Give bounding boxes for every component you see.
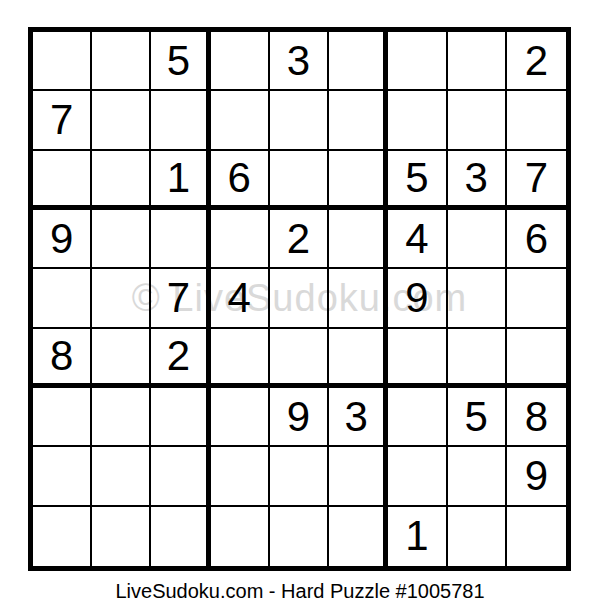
- sudoku-cell-r3c1: [33, 151, 92, 210]
- sudoku-cell-r5c3: 7: [151, 269, 210, 328]
- sudoku-cell-r6c1: 8: [33, 329, 92, 388]
- sudoku-cell-r5c8: [448, 269, 507, 328]
- sudoku-cell-r7c3: [151, 388, 210, 447]
- sudoku-cell-r7c2: [92, 388, 151, 447]
- sudoku-cell-r6c9: [507, 329, 566, 388]
- sudoku-cell-r6c8: [448, 329, 507, 388]
- sudoku-cell-r7c1: [33, 388, 92, 447]
- sudoku-cell-r7c9: 8: [507, 388, 566, 447]
- sudoku-cell-r3c8: 3: [448, 151, 507, 210]
- sudoku-cell-r6c6: [329, 329, 388, 388]
- sudoku-cell-r9c4: [211, 507, 270, 566]
- sudoku-cell-r4c8: [448, 210, 507, 269]
- sudoku-cell-r3c3: 1: [151, 151, 210, 210]
- sudoku-cell-r4c6: [329, 210, 388, 269]
- sudoku-cell-r1c9: 2: [507, 32, 566, 91]
- sudoku-cell-r8c9: 9: [507, 447, 566, 506]
- sudoku-cell-r5c1: [33, 269, 92, 328]
- sudoku-cell-r1c4: [211, 32, 270, 91]
- sudoku-cell-r2c1: 7: [33, 91, 92, 150]
- puzzle-caption: LiveSudoku.com - Hard Puzzle #1005781: [0, 580, 600, 603]
- sudoku-cell-r4c5: 2: [270, 210, 329, 269]
- sudoku-cell-r3c5: [270, 151, 329, 210]
- sudoku-cell-r9c2: [92, 507, 151, 566]
- sudoku-cell-r1c5: 3: [270, 32, 329, 91]
- sudoku-cell-r2c7: [388, 91, 447, 150]
- sudoku-cell-r5c4: 4: [211, 269, 270, 328]
- sudoku-cell-r7c7: [388, 388, 447, 447]
- sudoku-cell-r8c2: [92, 447, 151, 506]
- sudoku-cell-r8c6: [329, 447, 388, 506]
- sudoku-cell-r6c4: [211, 329, 270, 388]
- sudoku-cell-r8c3: [151, 447, 210, 506]
- sudoku-cell-r8c8: [448, 447, 507, 506]
- sudoku-cell-r2c8: [448, 91, 507, 150]
- sudoku-cell-r3c4: 6: [211, 151, 270, 210]
- sudoku-cell-r1c3: 5: [151, 32, 210, 91]
- sudoku-cell-r9c9: [507, 507, 566, 566]
- sudoku-cell-r9c7: 1: [388, 507, 447, 566]
- sudoku-cell-r4c7: 4: [388, 210, 447, 269]
- sudoku-cell-r2c5: [270, 91, 329, 150]
- sudoku-cell-r9c5: [270, 507, 329, 566]
- sudoku-cell-r8c5: [270, 447, 329, 506]
- sudoku-cell-r5c7: 9: [388, 269, 447, 328]
- sudoku-cell-r2c2: [92, 91, 151, 150]
- sudoku-cell-r1c1: [33, 32, 92, 91]
- sudoku-cell-r1c2: [92, 32, 151, 91]
- sudoku-cell-r4c2: [92, 210, 151, 269]
- sudoku-cell-r8c7: [388, 447, 447, 506]
- sudoku-cell-r4c9: 6: [507, 210, 566, 269]
- sudoku-cell-r6c5: [270, 329, 329, 388]
- sudoku-cell-r2c6: [329, 91, 388, 150]
- sudoku-cell-r3c2: [92, 151, 151, 210]
- sudoku-cell-r9c6: [329, 507, 388, 566]
- sudoku-cell-r3c7: 5: [388, 151, 447, 210]
- sudoku-cell-r2c3: [151, 91, 210, 150]
- sudoku-cell-r9c1: [33, 507, 92, 566]
- sudoku-cell-r9c8: [448, 507, 507, 566]
- sudoku-cell-r3c9: 7: [507, 151, 566, 210]
- sudoku-cell-r8c4: [211, 447, 270, 506]
- sudoku-cell-r7c5: 9: [270, 388, 329, 447]
- sudoku-cell-r6c2: [92, 329, 151, 388]
- sudoku-cell-r9c3: [151, 507, 210, 566]
- sudoku-cell-r5c6: [329, 269, 388, 328]
- sudoku-cell-r5c5: [270, 269, 329, 328]
- sudoku-cell-r5c2: [92, 269, 151, 328]
- sudoku-cell-r6c7: [388, 329, 447, 388]
- sudoku-page: © LiveSudoku.com 53271653792467498293589…: [0, 0, 600, 615]
- sudoku-cell-r1c8: [448, 32, 507, 91]
- sudoku-cell-r6c3: 2: [151, 329, 210, 388]
- sudoku-cell-r1c7: [388, 32, 447, 91]
- sudoku-cell-r7c8: 5: [448, 388, 507, 447]
- sudoku-cell-r1c6: [329, 32, 388, 91]
- sudoku-cell-r4c3: [151, 210, 210, 269]
- sudoku-cell-r5c9: [507, 269, 566, 328]
- sudoku-cell-r2c9: [507, 91, 566, 150]
- sudoku-board: © LiveSudoku.com 53271653792467498293589…: [28, 27, 571, 571]
- sudoku-cell-r8c1: [33, 447, 92, 506]
- sudoku-cell-r7c4: [211, 388, 270, 447]
- sudoku-cell-r3c6: [329, 151, 388, 210]
- sudoku-cell-r4c4: [211, 210, 270, 269]
- sudoku-cell-r4c1: 9: [33, 210, 92, 269]
- sudoku-cell-r7c6: 3: [329, 388, 388, 447]
- sudoku-cell-r2c4: [211, 91, 270, 150]
